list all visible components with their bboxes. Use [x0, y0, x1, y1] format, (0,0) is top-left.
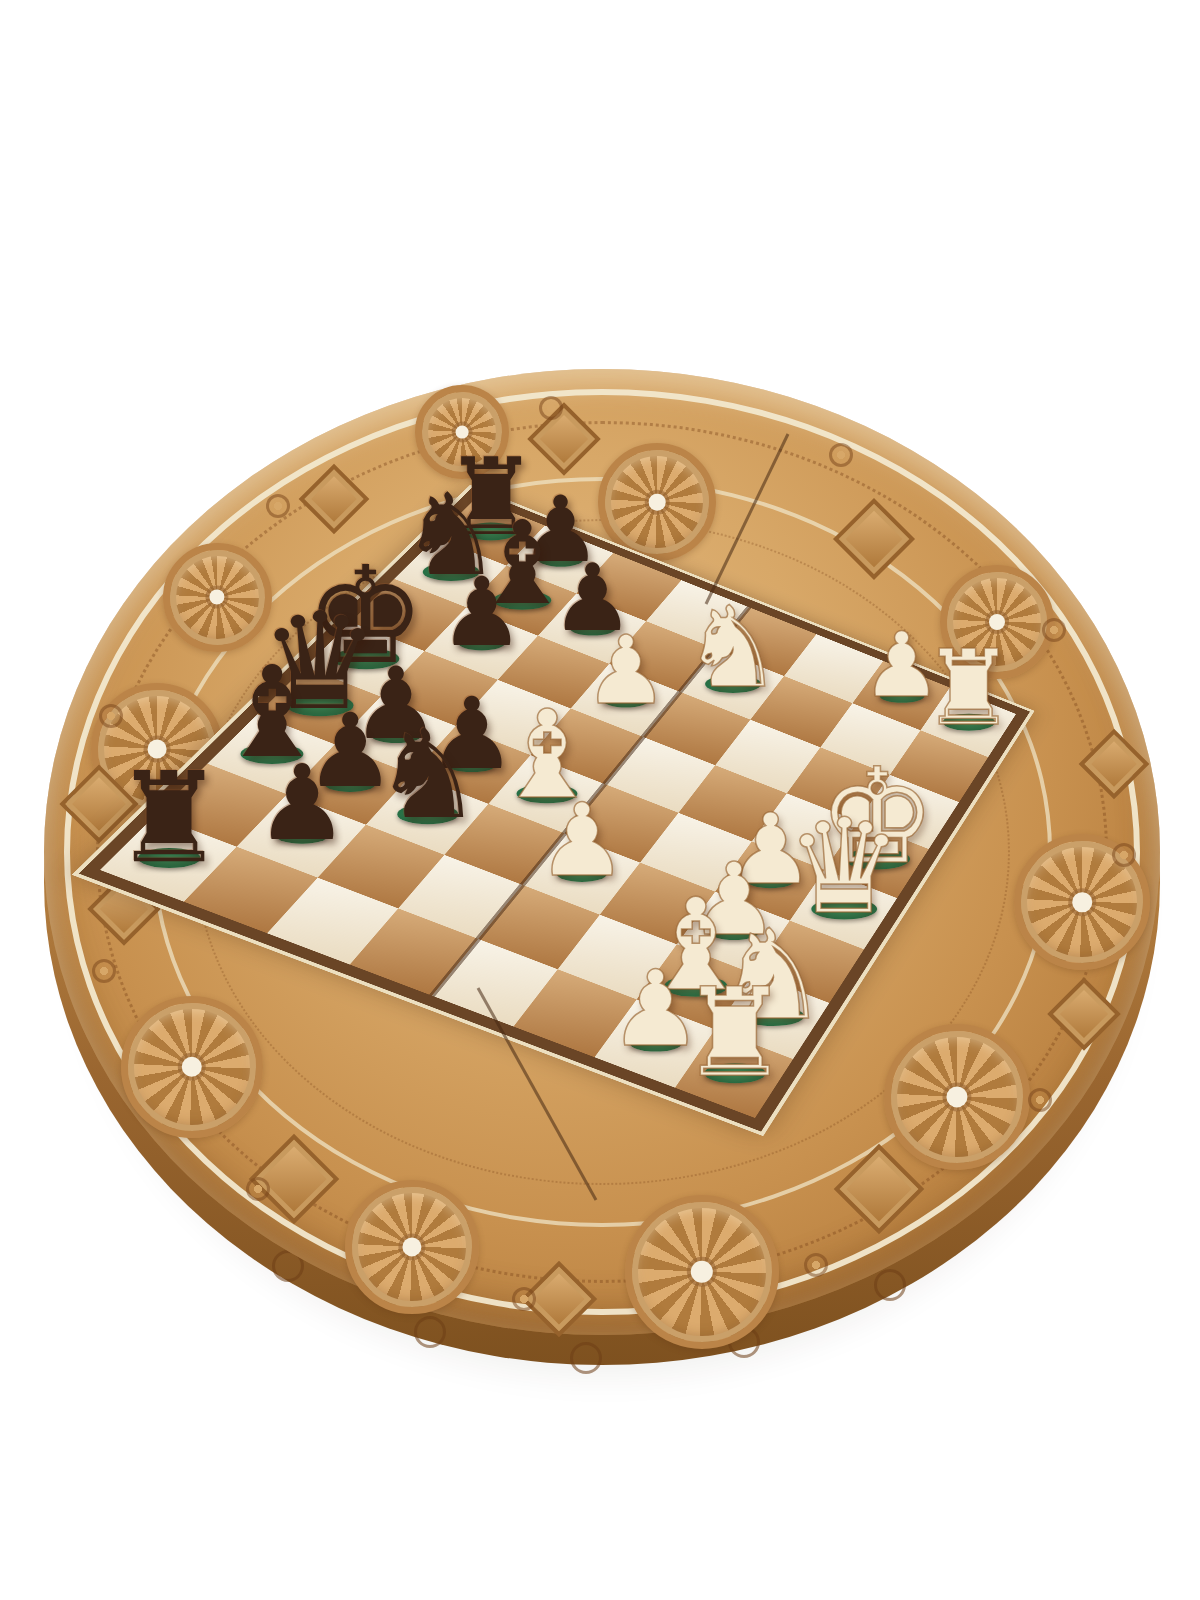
- piece-white-rook-h1[interactable]: ♜: [922, 636, 1016, 740]
- piece-black-rook-a8[interactable]: ♜: [113, 756, 225, 881]
- piece-black-pawn-f7[interactable]: ♟: [439, 565, 524, 660]
- piece-black-knight-c6[interactable]: ♞: [373, 713, 483, 836]
- piece-black-pawn-b7[interactable]: ♟: [256, 750, 349, 854]
- piece-white-rook-a1[interactable]: ♜: [680, 973, 789, 1095]
- product-photo-scene: ♜♝♛♚♞♜♟♟♟♟♝♟♞♟♟♝♟♟♞♟♝♟♟♟♜♞♛♚♜: [0, 0, 1200, 1600]
- piece-white-pawn-c4[interactable]: ♟: [537, 791, 627, 892]
- pieces-layer: ♜♝♛♚♞♜♟♟♟♟♝♟♞♟♟♝♟♟♞♟♝♟♟♟♜♞♛♚♜: [0, 0, 1200, 1600]
- piece-white-knight-g4[interactable]: ♞: [683, 592, 783, 704]
